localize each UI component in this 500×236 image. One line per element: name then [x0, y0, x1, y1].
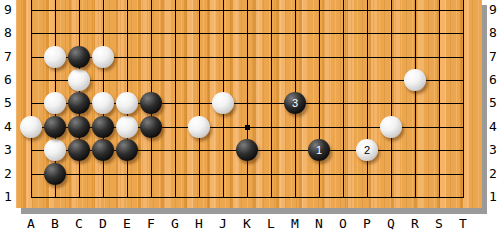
stone-black-C3[interactable] — [68, 139, 90, 161]
stone-white-J5[interactable] — [212, 92, 234, 114]
column-label-S: S — [431, 216, 447, 231]
column-label-H: H — [191, 216, 207, 231]
stone-white-R6[interactable] — [404, 69, 426, 91]
row-label-left-1: 1 — [1, 190, 15, 204]
move-number-3: 3 — [292, 98, 298, 109]
grid-line-col-K — [247, 0, 248, 198]
stone-black-B4[interactable] — [44, 116, 66, 138]
column-label-N: N — [311, 216, 327, 231]
stone-black-C7[interactable] — [68, 46, 90, 68]
column-label-B: B — [47, 216, 63, 231]
stone-black-B2[interactable] — [44, 163, 66, 185]
row-label-right-4: 4 — [486, 120, 500, 134]
grid-line-row-8 — [31, 33, 464, 34]
column-label-P: P — [359, 216, 375, 231]
row-label-right-9: 9 — [486, 3, 500, 17]
grid-line-col-O — [343, 0, 344, 198]
go-board-diagram: 231 998877665544332211ABCDEFGHJKLMNOPQRS… — [0, 0, 500, 236]
column-label-T: T — [455, 216, 471, 231]
column-label-G: G — [167, 216, 183, 231]
row-label-right-5: 5 — [486, 96, 500, 110]
row-label-right-1: 1 — [486, 190, 500, 204]
grid-line-col-L — [271, 0, 272, 198]
stone-black-D3[interactable] — [92, 139, 114, 161]
stone-white-H4[interactable] — [188, 116, 210, 138]
grid-line-col-G — [175, 0, 176, 198]
stone-black-D4[interactable] — [92, 116, 114, 138]
stone-black-F4[interactable] — [140, 116, 162, 138]
row-label-left-2: 2 — [1, 167, 15, 181]
grid-line-row-6 — [31, 80, 464, 81]
go-board[interactable]: 231 — [16, 0, 482, 208]
stone-white-Q4[interactable] — [380, 116, 402, 138]
column-label-O: O — [335, 216, 351, 231]
stone-black-N3[interactable]: 1 — [308, 139, 330, 161]
grid-line-row-2 — [31, 174, 464, 175]
column-label-A: A — [23, 216, 39, 231]
grid-line-row-1 — [31, 197, 464, 198]
stone-white-B7[interactable] — [44, 46, 66, 68]
row-label-left-9: 9 — [1, 3, 15, 17]
row-label-left-7: 7 — [1, 50, 15, 64]
stone-white-E4[interactable] — [116, 116, 138, 138]
stone-black-C5[interactable] — [68, 92, 90, 114]
stone-white-D7[interactable] — [92, 46, 114, 68]
row-label-left-5: 5 — [1, 96, 15, 110]
stone-white-C6[interactable] — [68, 69, 90, 91]
move-number-2: 2 — [364, 145, 370, 156]
column-label-J: J — [215, 216, 231, 231]
move-number-1: 1 — [316, 145, 322, 156]
star-point-K4 — [245, 125, 250, 130]
grid-line-col-Q — [391, 0, 392, 198]
column-label-K: K — [239, 216, 255, 231]
row-label-right-8: 8 — [486, 26, 500, 40]
grid-line-row-9 — [31, 10, 464, 11]
row-label-right-3: 3 — [486, 143, 500, 157]
grid-line-col-P — [367, 0, 368, 198]
column-label-R: R — [407, 216, 423, 231]
row-label-left-3: 3 — [1, 143, 15, 157]
grid-line-col-A — [31, 0, 32, 198]
row-label-right-2: 2 — [486, 167, 500, 181]
row-label-left-4: 4 — [1, 120, 15, 134]
column-label-L: L — [263, 216, 279, 231]
grid-line-col-N — [319, 0, 320, 198]
stone-black-M5[interactable]: 3 — [284, 92, 306, 114]
column-label-F: F — [143, 216, 159, 231]
grid-line-col-R — [415, 0, 416, 198]
grid-line-col-S — [439, 0, 440, 198]
stone-black-K3[interactable] — [236, 139, 258, 161]
stone-white-E5[interactable] — [116, 92, 138, 114]
stone-white-B5[interactable] — [44, 92, 66, 114]
stone-black-E3[interactable] — [116, 139, 138, 161]
stone-white-P3[interactable]: 2 — [356, 139, 378, 161]
column-label-D: D — [95, 216, 111, 231]
grid-line-col-T — [463, 0, 464, 198]
stone-white-D5[interactable] — [92, 92, 114, 114]
row-label-left-6: 6 — [1, 73, 15, 87]
column-label-M: M — [287, 216, 303, 231]
column-label-Q: Q — [383, 216, 399, 231]
grid-line-col-H — [199, 0, 200, 198]
column-label-E: E — [119, 216, 135, 231]
stone-white-A4[interactable] — [20, 116, 42, 138]
stone-black-C4[interactable] — [68, 116, 90, 138]
row-label-right-6: 6 — [486, 73, 500, 87]
column-label-C: C — [71, 216, 87, 231]
stone-black-F5[interactable] — [140, 92, 162, 114]
row-label-left-8: 8 — [1, 26, 15, 40]
stone-white-B3[interactable] — [44, 139, 66, 161]
row-label-right-7: 7 — [486, 50, 500, 64]
